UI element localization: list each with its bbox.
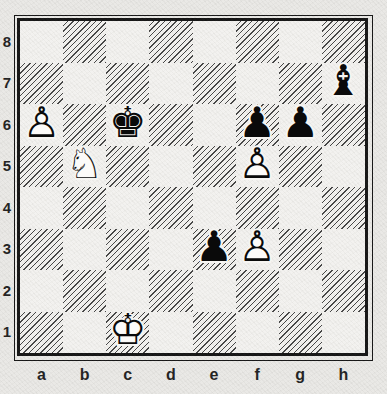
square-b8 — [63, 21, 106, 63]
file-label-h: h — [333, 366, 353, 384]
square-c1: ♚♔ — [106, 312, 149, 354]
rank-label-7: 7 — [0, 74, 14, 91]
rank-label-5: 5 — [0, 157, 14, 174]
square-f3: ♟♙ — [236, 229, 279, 271]
square-a6: ♟♙ — [20, 104, 63, 146]
square-g6: ♟ — [279, 104, 322, 146]
square-h5 — [322, 146, 365, 188]
rank-label-6: 6 — [0, 116, 14, 133]
square-f8 — [236, 21, 279, 63]
file-label-d: d — [161, 366, 181, 384]
square-d5 — [149, 146, 192, 188]
chess-diagram-page: ♝♟♙♚♟♟♞♘♟♙♟♟♙♚♔ 87654321 abcdefgh — [0, 0, 387, 394]
rank-label-3: 3 — [0, 240, 14, 257]
file-label-a: a — [32, 366, 52, 384]
square-d8 — [149, 21, 192, 63]
square-a1 — [20, 312, 63, 354]
square-a2 — [20, 270, 63, 312]
square-e8 — [193, 21, 236, 63]
chess-board: ♝♟♙♚♟♟♞♘♟♙♟♟♙♚♔ — [20, 21, 365, 353]
square-g3 — [279, 229, 322, 271]
square-f5: ♟♙ — [236, 146, 279, 188]
piece-black-king: ♚ — [106, 103, 149, 145]
file-label-b: b — [75, 366, 95, 384]
file-label-g: g — [290, 366, 310, 384]
piece-black-bishop: ♝ — [322, 62, 365, 104]
square-h4 — [322, 187, 365, 229]
square-e3: ♟ — [193, 229, 236, 271]
square-e6 — [193, 104, 236, 146]
square-d6 — [149, 104, 192, 146]
rank-label-4: 4 — [0, 199, 14, 216]
piece-black-pawn: ♟ — [236, 103, 279, 145]
file-label-c: c — [118, 366, 138, 384]
square-e5 — [193, 146, 236, 188]
square-f2 — [236, 270, 279, 312]
piece-white-king: ♚♔ — [106, 311, 149, 353]
square-d2 — [149, 270, 192, 312]
file-label-e: e — [204, 366, 224, 384]
square-a8 — [20, 21, 63, 63]
square-g5 — [279, 146, 322, 188]
square-c4 — [106, 187, 149, 229]
piece-black-pawn: ♟ — [193, 228, 236, 270]
square-b7 — [63, 63, 106, 105]
square-d3 — [149, 229, 192, 271]
square-a4 — [20, 187, 63, 229]
board-inner-border: ♝♟♙♚♟♟♞♘♟♙♟♟♙♚♔ — [17, 18, 368, 356]
rank-label-2: 2 — [0, 282, 14, 299]
square-f1 — [236, 312, 279, 354]
rank-label-8: 8 — [0, 33, 14, 50]
square-b4 — [63, 187, 106, 229]
square-c5 — [106, 146, 149, 188]
square-b5: ♞♘ — [63, 146, 106, 188]
square-a3 — [20, 229, 63, 271]
piece-white-knight: ♞♘ — [63, 145, 106, 187]
square-h6 — [322, 104, 365, 146]
square-d4 — [149, 187, 192, 229]
file-label-f: f — [247, 366, 267, 384]
square-h2 — [322, 270, 365, 312]
square-g8 — [279, 21, 322, 63]
square-h1 — [322, 312, 365, 354]
square-e2 — [193, 270, 236, 312]
piece-white-pawn: ♟♙ — [236, 228, 279, 270]
square-b1 — [63, 312, 106, 354]
square-c6: ♚ — [106, 104, 149, 146]
square-h3 — [322, 229, 365, 271]
square-g2 — [279, 270, 322, 312]
square-g4 — [279, 187, 322, 229]
square-a5 — [20, 146, 63, 188]
square-g1 — [279, 312, 322, 354]
piece-black-pawn: ♟ — [279, 103, 322, 145]
square-e1 — [193, 312, 236, 354]
square-b3 — [63, 229, 106, 271]
square-h7: ♝ — [322, 63, 365, 105]
square-c3 — [106, 229, 149, 271]
piece-white-pawn: ♟♙ — [236, 145, 279, 187]
square-e7 — [193, 63, 236, 105]
square-b2 — [63, 270, 106, 312]
rank-label-1: 1 — [0, 323, 14, 340]
square-d7 — [149, 63, 192, 105]
square-d1 — [149, 312, 192, 354]
square-c8 — [106, 21, 149, 63]
piece-white-pawn: ♟♙ — [20, 103, 63, 145]
